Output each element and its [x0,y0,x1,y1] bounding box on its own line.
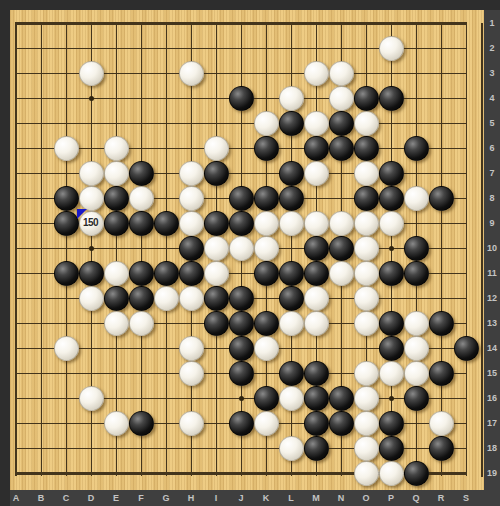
star-point [389,396,394,401]
row-label-3: 3 [489,68,494,78]
row-label-12: 12 [487,293,497,303]
window-frame-top [0,0,500,10]
white-stone-O9[interactable] [354,211,379,236]
white-stone-O17[interactable] [354,411,379,436]
column-label-O: O [362,493,369,503]
white-stone-N11[interactable] [329,261,354,286]
grid-line-vertical [166,23,167,476]
white-stone-D12[interactable] [79,286,104,311]
white-stone-P19[interactable] [379,461,404,486]
column-label-M: M [312,493,320,503]
column-label-J: J [238,493,243,503]
black-stone-H11[interactable] [179,261,204,286]
white-stone-G12[interactable] [154,286,179,311]
black-stone-P7[interactable] [379,161,404,186]
black-stone-O8[interactable] [354,186,379,211]
black-stone-M16[interactable] [304,386,329,411]
grid-line-vertical [66,23,67,476]
white-stone-E7[interactable] [104,161,129,186]
black-stone-H10[interactable] [179,236,204,261]
row-label-8: 8 [489,193,494,203]
white-stone-D3[interactable] [79,61,104,86]
column-label-L: L [288,493,294,503]
black-stone-P11[interactable] [379,261,404,286]
white-stone-O10[interactable] [354,236,379,261]
column-label-Q: Q [412,493,419,503]
black-stone-P17[interactable] [379,411,404,436]
black-stone-N5[interactable] [329,111,354,136]
black-stone-I7[interactable] [204,161,229,186]
row-label-16: 16 [487,393,497,403]
white-stone-N3[interactable] [329,61,354,86]
row-label-6: 6 [489,143,494,153]
black-stone-F12[interactable] [129,286,154,311]
white-stone-I10[interactable] [204,236,229,261]
grid-line-vertical [41,23,42,476]
row-label-9: 9 [489,218,494,228]
row-label-15: 15 [487,368,497,378]
white-stone-O18[interactable] [354,436,379,461]
row-label-2: 2 [489,43,494,53]
black-stone-G11[interactable] [154,261,179,286]
black-stone-E9[interactable] [104,211,129,236]
black-stone-Q6[interactable] [404,136,429,161]
white-stone-J10[interactable] [229,236,254,261]
row-label-18: 18 [487,443,497,453]
white-stone-E13[interactable] [104,311,129,336]
column-label-G: G [162,493,169,503]
column-label-C: C [63,493,70,503]
black-stone-F11[interactable] [129,261,154,286]
white-stone-O13[interactable] [354,311,379,336]
black-stone-L15[interactable] [279,361,304,386]
black-stone-R8[interactable] [429,186,454,211]
white-stone-H17[interactable] [179,411,204,436]
column-label-B: B [38,493,45,503]
black-stone-E12[interactable] [104,286,129,311]
white-stone-F13[interactable] [129,311,154,336]
grid-line-vertical [141,23,142,476]
black-stone-Q11[interactable] [404,261,429,286]
white-stone-H8[interactable] [179,186,204,211]
white-stone-E17[interactable] [104,411,129,436]
black-stone-P14[interactable] [379,336,404,361]
black-stone-G9[interactable] [154,211,179,236]
row-label-4: 4 [489,93,494,103]
white-stone-H12[interactable] [179,286,204,311]
white-stone-O5[interactable] [354,111,379,136]
white-stone-L9[interactable] [279,211,304,236]
row-label-19: 19 [487,468,497,478]
white-stone-D16[interactable] [79,386,104,411]
move-number-label: 150 [79,211,102,234]
column-label-H: H [188,493,195,503]
white-stone-N4[interactable] [329,86,354,111]
white-stone-O7[interactable] [354,161,379,186]
black-stone-P4[interactable] [379,86,404,111]
star-point [89,96,94,101]
black-stone-R18[interactable] [429,436,454,461]
white-stone-I6[interactable] [204,136,229,161]
black-stone-K6[interactable] [254,136,279,161]
black-stone-F9[interactable] [129,211,154,236]
black-stone-J14[interactable] [229,336,254,361]
board-border-right [481,23,483,477]
white-stone-O11[interactable] [354,261,379,286]
black-stone-C8[interactable] [54,186,79,211]
row-label-10: 10 [487,243,497,253]
star-point [389,246,394,251]
white-stone-M7[interactable] [304,161,329,186]
go-app-window: 150 ABCDEFGHIJKLMNOPQRS12345678910111213… [0,0,500,506]
black-stone-C9[interactable] [54,211,79,236]
white-stone-O15[interactable] [354,361,379,386]
black-stone-J12[interactable] [229,286,254,311]
white-stone-M3[interactable] [304,61,329,86]
black-stone-J15[interactable] [229,361,254,386]
black-stone-L5[interactable] [279,111,304,136]
grid-line-vertical [441,23,442,476]
white-stone-E6[interactable] [104,136,129,161]
star-point [239,396,244,401]
column-label-I: I [215,493,218,503]
white-stone-C14[interactable] [54,336,79,361]
black-stone-S14[interactable] [454,336,479,361]
black-stone-I13[interactable] [204,311,229,336]
last-move-marker: 150 [79,211,102,234]
black-stone-L8[interactable] [279,186,304,211]
white-stone-P15[interactable] [379,361,404,386]
black-stone-N17[interactable] [329,411,354,436]
grid-line-horizontal [15,123,467,124]
row-label-17: 17 [487,418,497,428]
column-label-S: S [463,493,469,503]
white-stone-E11[interactable] [104,261,129,286]
black-stone-D11[interactable] [79,261,104,286]
grid-line-horizontal [15,22,467,25]
black-stone-M10[interactable] [304,236,329,261]
white-stone-K10[interactable] [254,236,279,261]
black-stone-Q19[interactable] [404,461,429,486]
column-label-F: F [138,493,144,503]
black-stone-N10[interactable] [329,236,354,261]
column-coordinate-strip [0,490,500,506]
black-stone-K11[interactable] [254,261,279,286]
white-stone-Q14[interactable] [404,336,429,361]
column-label-K: K [263,493,270,503]
black-stone-K8[interactable] [254,186,279,211]
column-label-P: P [388,493,394,503]
white-stone-M9[interactable] [304,211,329,236]
black-stone-R13[interactable] [429,311,454,336]
white-stone-D8[interactable] [79,186,104,211]
column-label-E: E [113,493,119,503]
column-label-R: R [438,493,445,503]
white-stone-Q13[interactable] [404,311,429,336]
black-stone-L11[interactable] [279,261,304,286]
white-stone-H9[interactable] [179,211,204,236]
row-label-7: 7 [489,168,494,178]
white-stone-I11[interactable] [204,261,229,286]
white-stone-K9[interactable] [254,211,279,236]
white-stone-M12[interactable] [304,286,329,311]
black-stone-J8[interactable] [229,186,254,211]
black-stone-P18[interactable] [379,436,404,461]
white-stone-Q15[interactable] [404,361,429,386]
column-label-A: A [13,493,20,503]
white-stone-K5[interactable] [254,111,279,136]
black-stone-J4[interactable] [229,86,254,111]
black-stone-M18[interactable] [304,436,329,461]
row-label-13: 13 [487,318,497,328]
grid-line-horizontal [15,148,467,149]
black-stone-I12[interactable] [204,286,229,311]
white-stone-M13[interactable] [304,311,329,336]
row-label-1: 1 [489,18,494,28]
white-stone-H3[interactable] [179,61,204,86]
white-stone-D7[interactable] [79,161,104,186]
row-label-14: 14 [487,343,497,353]
black-stone-K13[interactable] [254,311,279,336]
black-stone-M15[interactable] [304,361,329,386]
go-board[interactable]: 150 [10,10,484,490]
black-stone-J9[interactable] [229,211,254,236]
black-stone-R15[interactable] [429,361,454,386]
white-stone-P9[interactable] [379,211,404,236]
black-stone-J13[interactable] [229,311,254,336]
row-label-5: 5 [489,118,494,128]
white-stone-O16[interactable] [354,386,379,411]
black-stone-P13[interactable] [379,311,404,336]
white-stone-H14[interactable] [179,336,204,361]
white-stone-M5[interactable] [304,111,329,136]
white-stone-L13[interactable] [279,311,304,336]
black-stone-O4[interactable] [354,86,379,111]
black-stone-L12[interactable] [279,286,304,311]
white-stone-L4[interactable] [279,86,304,111]
black-stone-M17[interactable] [304,411,329,436]
black-stone-L7[interactable] [279,161,304,186]
black-stone-Q16[interactable] [404,386,429,411]
black-stone-E8[interactable] [104,186,129,211]
grid-line-vertical [15,23,17,476]
black-stone-M11[interactable] [304,261,329,286]
black-stone-O6[interactable] [354,136,379,161]
black-stone-F17[interactable] [129,411,154,436]
column-label-D: D [88,493,95,503]
black-stone-N6[interactable] [329,136,354,161]
white-stone-K14[interactable] [254,336,279,361]
black-stone-I9[interactable] [204,211,229,236]
white-stone-O12[interactable] [354,286,379,311]
window-frame-left [0,0,10,506]
white-stone-K17[interactable] [254,411,279,436]
white-stone-N9[interactable] [329,211,354,236]
black-stone-P8[interactable] [379,186,404,211]
black-stone-N16[interactable] [329,386,354,411]
grid-line-vertical [466,23,467,476]
white-stone-P2[interactable] [379,36,404,61]
white-stone-Q8[interactable] [404,186,429,211]
black-stone-Q10[interactable] [404,236,429,261]
black-stone-F7[interactable] [129,161,154,186]
white-stone-L16[interactable] [279,386,304,411]
white-stone-O19[interactable] [354,461,379,486]
column-label-N: N [338,493,345,503]
black-stone-J17[interactable] [229,411,254,436]
grid-line-vertical [116,23,117,476]
white-stone-F8[interactable] [129,186,154,211]
white-stone-R17[interactable] [429,411,454,436]
white-stone-L18[interactable] [279,436,304,461]
row-label-11: 11 [487,268,497,278]
star-point [89,246,94,251]
black-stone-K16[interactable] [254,386,279,411]
black-stone-C11[interactable] [54,261,79,286]
black-stone-M6[interactable] [304,136,329,161]
white-stone-H15[interactable] [179,361,204,386]
white-stone-H7[interactable] [179,161,204,186]
white-stone-C6[interactable] [54,136,79,161]
